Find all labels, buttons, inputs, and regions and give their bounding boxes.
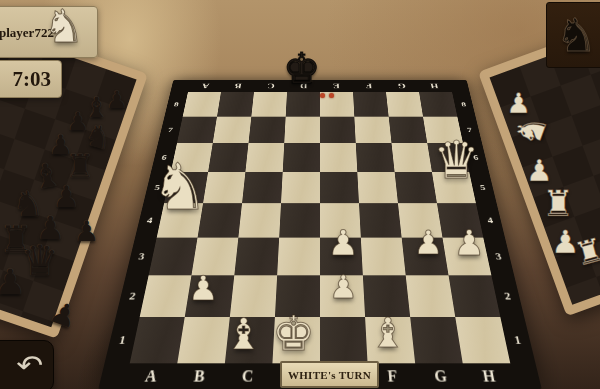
square-b5[interactable] (203, 172, 245, 203)
square-g5[interactable] (395, 172, 437, 203)
square-c6[interactable] (245, 143, 284, 172)
square-g8[interactable] (386, 92, 423, 116)
coord-label: F (352, 80, 386, 92)
square-g2[interactable] (406, 275, 456, 317)
square-e1[interactable] (320, 317, 368, 363)
player-clock: 7:03 (0, 60, 62, 98)
coord-label: C (222, 363, 272, 389)
square-f6[interactable] (356, 143, 395, 172)
square-h8[interactable] (419, 92, 457, 116)
square-b6[interactable] (208, 143, 248, 172)
square-d6[interactable] (283, 143, 320, 172)
coord-label: G (415, 363, 467, 389)
white-bishop-f1[interactable]: ♝ (370, 313, 407, 354)
black-king-d8[interactable]: ♚ (283, 48, 321, 90)
square-g7[interactable] (389, 117, 428, 143)
white-queen-h5[interactable]: ♛ (433, 134, 480, 186)
player-panel: player722 ♞ (0, 6, 98, 58)
square-f3[interactable] (361, 238, 406, 276)
square-d3[interactable] (277, 238, 320, 276)
square-b8[interactable] (217, 92, 254, 116)
white-pawn-e2[interactable]: ♟ (329, 271, 358, 303)
square-e5[interactable] (320, 172, 359, 203)
square-c7[interactable] (248, 117, 285, 143)
square-d8[interactable] (286, 92, 320, 116)
coord-label: E (320, 80, 353, 92)
square-d7[interactable] (284, 117, 320, 143)
game-screen: ♟♝♟♞♟♜♝♟♞♟♟♜♛♟♟♟♞♟♜♟♜ ABCDEFGH ABCDEFGH … (0, 0, 600, 389)
coord-label: G (385, 80, 419, 92)
square-c5[interactable] (242, 172, 283, 203)
coord-label: B (173, 363, 225, 389)
white-bishop-c1[interactable]: ♝ (225, 313, 264, 356)
square-f4[interactable] (359, 203, 402, 237)
square-e8[interactable] (320, 92, 354, 116)
white-knight-a4[interactable]: ♞ (151, 155, 208, 219)
square-a7[interactable] (177, 117, 217, 143)
white-knight-avatar-icon: ♞ (43, 3, 84, 49)
square-e7[interactable] (320, 117, 356, 143)
undo-arrow-icon: ↶ (16, 352, 43, 380)
white-pawn-h3[interactable]: ♟ (454, 226, 485, 261)
square-d5[interactable] (281, 172, 320, 203)
coord-label: B (221, 80, 255, 92)
square-d4[interactable] (279, 203, 320, 237)
coord-label: A (188, 80, 223, 92)
white-pawn-b2[interactable]: ♟ (188, 271, 218, 305)
square-f7[interactable] (354, 117, 391, 143)
square-g1[interactable] (410, 317, 463, 363)
coord-label: H (417, 80, 452, 92)
square-e6[interactable] (320, 143, 357, 172)
square-f8[interactable] (353, 92, 389, 116)
white-king-d1[interactable]: ♚ (272, 309, 315, 357)
square-g6[interactable] (392, 143, 432, 172)
clock-value: 7:03 (13, 67, 52, 92)
square-f5[interactable] (357, 172, 398, 203)
square-a8[interactable] (183, 92, 221, 116)
square-c3[interactable] (234, 238, 279, 276)
square-c8[interactable] (251, 92, 287, 116)
white-pawn-e3[interactable]: ♟ (328, 226, 359, 261)
square-c4[interactable] (238, 203, 281, 237)
square-a2[interactable] (140, 275, 192, 317)
square-b1[interactable] (177, 317, 230, 363)
opponent-panel: ♞ (546, 2, 600, 68)
turn-indicator-banner: WHITE's TURN (280, 361, 379, 388)
coord-label: 8 (452, 92, 475, 116)
square-b7[interactable] (213, 117, 252, 143)
white-pawn-g3[interactable]: ♟ (414, 226, 444, 259)
undo-button[interactable]: ↶ (0, 340, 54, 389)
coord-label: A (124, 363, 177, 389)
coord-label: H (463, 363, 516, 389)
black-knight-avatar-icon: ♞ (555, 12, 596, 58)
